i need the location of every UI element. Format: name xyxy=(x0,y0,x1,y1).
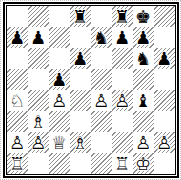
white-pawn-icon: ♟♙ xyxy=(91,90,112,111)
square-d8[interactable]: ♜ xyxy=(70,6,91,27)
square-c2[interactable]: ♛♕ xyxy=(49,132,70,153)
square-b7[interactable]: ♟ xyxy=(28,27,49,48)
square-f1[interactable]: ♜♖ xyxy=(112,153,133,174)
square-f7[interactable]: ♟ xyxy=(112,27,133,48)
square-h8[interactable] xyxy=(154,6,175,27)
square-d1[interactable] xyxy=(70,153,91,174)
square-g5[interactable] xyxy=(133,69,154,90)
black-king-icon: ♚ xyxy=(133,6,154,27)
square-c8[interactable] xyxy=(49,6,70,27)
square-b1[interactable] xyxy=(28,153,49,174)
white-king-icon: ♚♔ xyxy=(133,153,154,174)
black-rook-icon: ♜ xyxy=(70,6,91,27)
black-rook-icon: ♜ xyxy=(112,6,133,27)
square-f5[interactable] xyxy=(112,69,133,90)
square-e8[interactable] xyxy=(91,6,112,27)
square-e3[interactable] xyxy=(91,111,112,132)
square-h4[interactable] xyxy=(154,90,175,111)
square-h1[interactable] xyxy=(154,153,175,174)
black-knight-icon: ♞ xyxy=(133,48,154,69)
square-g3[interactable] xyxy=(133,111,154,132)
white-rook-icon: ♜♖ xyxy=(7,153,28,174)
square-a2[interactable]: ♟♙ xyxy=(7,132,28,153)
square-h3[interactable] xyxy=(154,111,175,132)
square-e2[interactable] xyxy=(91,132,112,153)
square-c7[interactable] xyxy=(49,27,70,48)
square-g7[interactable]: ♟ xyxy=(133,27,154,48)
square-e5[interactable] xyxy=(91,69,112,90)
square-a8[interactable] xyxy=(7,6,28,27)
board-inner-frame: ♜♜♚♟♟♞♟♟♟♞♟♟♞♘♟♙♟♙♟♙♝♝♗♟♙♟♙♛♕♝♗♟♙♟♙♜♖♜♖♚… xyxy=(6,5,176,175)
square-c6[interactable] xyxy=(49,48,70,69)
square-d7[interactable] xyxy=(70,27,91,48)
square-d6[interactable]: ♟ xyxy=(70,48,91,69)
black-pawn-icon: ♟ xyxy=(28,27,49,48)
chess-diagram: ♜♜♚♟♟♞♟♟♟♞♟♟♞♘♟♙♟♙♟♙♝♝♗♟♙♟♙♛♕♝♗♟♙♟♙♜♖♜♖♚… xyxy=(0,0,181,180)
white-bishop-icon: ♝♗ xyxy=(70,132,91,153)
square-h7[interactable] xyxy=(154,27,175,48)
square-e7[interactable]: ♞ xyxy=(91,27,112,48)
black-pawn-icon: ♟ xyxy=(70,48,91,69)
white-pawn-icon: ♟♙ xyxy=(49,90,70,111)
black-pawn-icon: ♟ xyxy=(7,27,28,48)
black-pawn-icon: ♟ xyxy=(154,48,175,69)
square-c1[interactable] xyxy=(49,153,70,174)
square-f4[interactable]: ♟♙ xyxy=(112,90,133,111)
square-c4[interactable]: ♟♙ xyxy=(49,90,70,111)
square-h5[interactable] xyxy=(154,69,175,90)
square-g1[interactable]: ♚♔ xyxy=(133,153,154,174)
square-h2[interactable]: ♟♙ xyxy=(154,132,175,153)
chess-board: ♜♜♚♟♟♞♟♟♟♞♟♟♞♘♟♙♟♙♟♙♝♝♗♟♙♟♙♛♕♝♗♟♙♟♙♜♖♜♖♚… xyxy=(7,6,175,174)
square-b5[interactable] xyxy=(28,69,49,90)
square-g4[interactable]: ♝ xyxy=(133,90,154,111)
square-c5[interactable]: ♟ xyxy=(49,69,70,90)
white-pawn-icon: ♟♙ xyxy=(112,90,133,111)
square-b8[interactable] xyxy=(28,6,49,27)
square-e6[interactable] xyxy=(91,48,112,69)
square-f2[interactable] xyxy=(112,132,133,153)
square-a7[interactable]: ♟ xyxy=(7,27,28,48)
square-g6[interactable]: ♞ xyxy=(133,48,154,69)
square-h6[interactable]: ♟ xyxy=(154,48,175,69)
square-d3[interactable] xyxy=(70,111,91,132)
white-queen-icon: ♛♕ xyxy=(49,132,70,153)
square-a3[interactable] xyxy=(7,111,28,132)
white-bishop-icon: ♝♗ xyxy=(28,111,49,132)
black-pawn-icon: ♟ xyxy=(112,27,133,48)
white-rook-icon: ♜♖ xyxy=(112,153,133,174)
square-d4[interactable] xyxy=(70,90,91,111)
square-f3[interactable] xyxy=(112,111,133,132)
white-pawn-icon: ♟♙ xyxy=(154,132,175,153)
square-b2[interactable]: ♟♙ xyxy=(28,132,49,153)
square-d5[interactable] xyxy=(70,69,91,90)
white-pawn-icon: ♟♙ xyxy=(133,132,154,153)
white-pawn-icon: ♟♙ xyxy=(28,132,49,153)
black-bishop-icon: ♝ xyxy=(133,90,154,111)
black-knight-icon: ♞ xyxy=(91,27,112,48)
square-b6[interactable] xyxy=(28,48,49,69)
square-f6[interactable] xyxy=(112,48,133,69)
square-d2[interactable]: ♝♗ xyxy=(70,132,91,153)
square-e4[interactable]: ♟♙ xyxy=(91,90,112,111)
square-c3[interactable] xyxy=(49,111,70,132)
white-pawn-icon: ♟♙ xyxy=(7,132,28,153)
white-knight-icon: ♞♘ xyxy=(7,90,28,111)
square-f8[interactable]: ♜ xyxy=(112,6,133,27)
black-pawn-icon: ♟ xyxy=(49,69,70,90)
square-a6[interactable] xyxy=(7,48,28,69)
square-g2[interactable]: ♟♙ xyxy=(133,132,154,153)
square-b3[interactable]: ♝♗ xyxy=(28,111,49,132)
board-frame: ♜♜♚♟♟♞♟♟♟♞♟♟♞♘♟♙♟♙♟♙♝♝♗♟♙♟♙♛♕♝♗♟♙♟♙♜♖♜♖♚… xyxy=(3,2,179,178)
square-e1[interactable] xyxy=(91,153,112,174)
square-a1[interactable]: ♜♖ xyxy=(7,153,28,174)
square-b4[interactable] xyxy=(28,90,49,111)
square-a4[interactable]: ♞♘ xyxy=(7,90,28,111)
square-g8[interactable]: ♚ xyxy=(133,6,154,27)
square-a5[interactable] xyxy=(7,69,28,90)
black-pawn-icon: ♟ xyxy=(133,27,154,48)
